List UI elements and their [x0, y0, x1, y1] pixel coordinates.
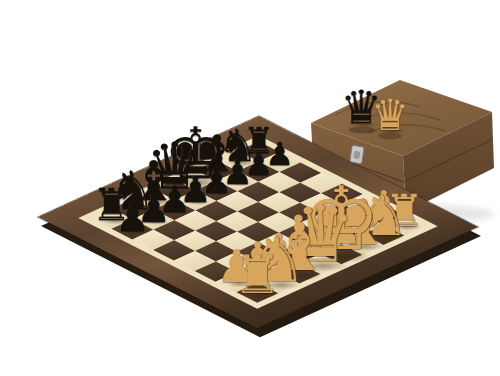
chess-set-product-photo: ♜♟♟♜♞♟♟♞♝♟♟♝♚♟♟♚♛♟♟♛♝♟♟♝♞♟♟♞♜♟♟♜♛♛: [0, 0, 500, 376]
box-clasp-icon: [350, 145, 364, 164]
spare-white-queen-shadow: [378, 133, 402, 140]
spare-black-queen-shadow: [349, 127, 375, 134]
